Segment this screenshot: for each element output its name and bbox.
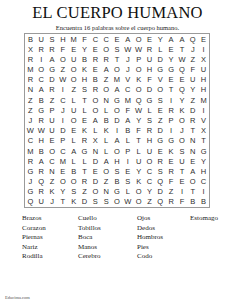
grid-cell-r6c6: S	[79, 85, 90, 95]
grid-cell-r3c14: Y	[166, 54, 177, 64]
grid-cell-r1c14: A	[166, 34, 177, 44]
grid-cell-r17c2: U	[36, 197, 47, 207]
grid-cell-r17c16: B	[187, 197, 198, 207]
grid-cell-r7c5: L	[68, 95, 79, 105]
grid-cell-r6c12: D	[144, 85, 155, 95]
grid-cell-r9c15: O	[177, 115, 188, 125]
grid-cell-r2c10: W	[122, 44, 133, 54]
grid-cell-r12c17: G	[198, 146, 209, 156]
grid-cell-r16c5: S	[68, 187, 79, 197]
grid-cell-r12c1: M	[25, 146, 36, 156]
grid-cell-r3c8: R	[101, 54, 112, 64]
grid-cell-r16c10: L	[122, 187, 133, 197]
grid-cell-r7c2: B	[36, 95, 47, 105]
grid-cell-r1c12: E	[144, 34, 155, 44]
grid-cell-r7c1: Z	[25, 95, 36, 105]
grid-cell-r12c15: S	[177, 146, 188, 156]
grid-cell-r3c6: B	[79, 54, 90, 64]
grid-cell-r10c3: U	[47, 126, 58, 136]
grid-cell-r15c3: Z	[47, 176, 58, 186]
grid-cell-r4c17: U	[198, 65, 209, 75]
grid-cell-r15c8: Z	[101, 176, 112, 186]
grid-cell-r14c5: B	[68, 166, 79, 176]
grid-cell-r8c11: W	[133, 105, 144, 115]
grid-cell-r7c17: M	[198, 95, 209, 105]
grid-cell-r6c17: H	[198, 85, 209, 95]
grid-cell-r2c6: Y	[79, 44, 90, 54]
grid-cell-r16c14: Z	[166, 187, 177, 197]
grid-cell-r8c8: L	[101, 105, 112, 115]
grid-cell-r17c13: Q	[155, 197, 166, 207]
word-search-grid: BUSHMFCCEAOEYAAQEXRRFEYEOSWWRLETJIRIAOUB…	[24, 33, 210, 208]
grid-cell-r10c16: T	[187, 126, 198, 136]
grid-cell-r16c9: G	[112, 187, 123, 197]
grid-cell-r4c11: O	[133, 65, 144, 75]
grid-cell-r4c1: M	[25, 65, 36, 75]
grid-cell-r10c6: K	[79, 126, 90, 136]
grid-cell-r3c13: D	[155, 54, 166, 64]
grid-cell-r6c14: T	[166, 85, 177, 95]
grid-cell-r14c8: O	[101, 166, 112, 176]
word-list-item: Pies	[137, 243, 163, 253]
grid-cell-r14c2: R	[36, 166, 47, 176]
grid-cell-r11c9: A	[112, 136, 123, 146]
word-list-item: Estomago	[190, 214, 218, 224]
grid-cell-r13c3: C	[47, 156, 58, 166]
grid-cell-r12c13: E	[155, 146, 166, 156]
grid-cell-r10c7: L	[90, 126, 101, 136]
grid-cell-r4c5: O	[68, 65, 79, 75]
grid-cell-r12c14: K	[166, 146, 177, 156]
grid-cell-r11c1: C	[25, 136, 36, 146]
grid-cell-r13c7: D	[90, 156, 101, 166]
grid-cell-r10c11: F	[133, 126, 144, 136]
word-list-item: Hombros	[137, 233, 163, 243]
grid-cell-r3c7: R	[90, 54, 101, 64]
grid-cell-r10c5: E	[68, 126, 79, 136]
grid-cell-r2c1: X	[25, 44, 36, 54]
grid-cell-r8c17: I	[198, 105, 209, 115]
grid-cell-r6c10: C	[122, 85, 133, 95]
grid-cell-r9c7: A	[90, 115, 101, 125]
grid-cell-r16c16: T	[187, 187, 198, 197]
grid-cell-r13c12: O	[144, 156, 155, 166]
grid-cell-r10c2: W	[36, 126, 47, 136]
grid-cell-r17c8: S	[101, 197, 112, 207]
grid-cell-r7c15: Y	[177, 95, 188, 105]
grid-cell-r10c8: K	[101, 126, 112, 136]
word-list-item: Cerebro	[78, 252, 101, 262]
grid-cell-r6c13: O	[155, 85, 166, 95]
grid-cell-r5c12: F	[144, 75, 155, 85]
grid-cell-r1c4: H	[57, 34, 68, 44]
grid-cell-r7c6: T	[79, 95, 90, 105]
grid-cell-r11c11: T	[133, 136, 144, 146]
grid-cell-r6c7: R	[90, 85, 101, 95]
grid-cell-r15c9: B	[112, 176, 123, 186]
grid-cell-r16c7: O	[90, 187, 101, 197]
grid-cell-r5c1: R	[25, 75, 36, 85]
grid-cell-r13c15: U	[177, 156, 188, 166]
grid-cell-r12c7: N	[90, 146, 101, 156]
grid-cell-r5c16: U	[187, 75, 198, 85]
grid-cell-r9c4: I	[57, 115, 68, 125]
grid-cell-r5c2: C	[36, 75, 47, 85]
grid-cell-r4c16: F	[187, 65, 198, 75]
grid-cell-r3c15: W	[177, 54, 188, 64]
grid-cell-r1c1: B	[25, 34, 36, 44]
grid-cell-r11c13: G	[155, 136, 166, 146]
grid-cell-r1c7: C	[90, 34, 101, 44]
grid-cell-r17c3: J	[47, 197, 58, 207]
grid-cell-r8c6: L	[79, 105, 90, 115]
grid-cell-r6c11: O	[133, 85, 144, 95]
grid-cell-r16c4: Y	[57, 187, 68, 197]
grid-cell-r17c6: D	[79, 197, 90, 207]
grid-cell-r11c3: E	[47, 136, 58, 146]
grid-cell-r1c11: O	[133, 34, 144, 44]
grid-cell-r16c8: N	[101, 187, 112, 197]
grid-cell-r1c6: F	[79, 34, 90, 44]
grid-cell-r5c6: H	[79, 75, 90, 85]
grid-cell-r11c17: T	[198, 136, 209, 146]
word-list-column-4: Estomago	[190, 214, 218, 224]
grid-cell-r8c12: L	[144, 105, 155, 115]
grid-cell-r5c17: H	[198, 75, 209, 85]
grid-cell-r1c15: A	[177, 34, 188, 44]
grid-cell-r2c8: O	[101, 44, 112, 54]
grid-cell-r3c11: P	[133, 54, 144, 64]
grid-cell-r16c6: Z	[79, 187, 90, 197]
grid-cell-r11c10: L	[122, 136, 133, 146]
grid-cell-r11c5: L	[68, 136, 79, 146]
word-list-column-3: OjosDedosHombrosPiesCodo	[137, 214, 163, 262]
grid-cell-r3c1: R	[25, 54, 36, 64]
grid-cell-r3c5: U	[68, 54, 79, 64]
grid-cell-r16c12: Y	[144, 187, 155, 197]
grid-cell-r5c5: O	[68, 75, 79, 85]
grid-cell-r2c16: J	[187, 44, 198, 54]
grid-cell-r5c13: V	[155, 75, 166, 85]
grid-cell-r4c3: G	[47, 65, 58, 75]
grid-cell-r4c12: H	[144, 65, 155, 75]
grid-cell-r14c12: C	[144, 166, 155, 176]
grid-cell-r14c6: T	[79, 166, 90, 176]
grid-cell-r17c10: W	[122, 197, 133, 207]
grid-cell-r9c11: Y	[133, 115, 144, 125]
grid-cell-r16c13: D	[155, 187, 166, 197]
word-list-item: Corazon	[22, 224, 46, 234]
grid-cell-r1c8: C	[101, 34, 112, 44]
grid-cell-r2c7: E	[90, 44, 101, 54]
grid-cell-r16c17: I	[198, 187, 209, 197]
grid-cell-r14c14: R	[166, 166, 177, 176]
grid-cell-r6c16: Y	[187, 85, 198, 95]
grid-cell-r7c8: N	[101, 95, 112, 105]
grid-cell-r8c13: E	[155, 105, 166, 115]
grid-cell-r8c16: D	[187, 105, 198, 115]
grid-cell-r2c15: T	[177, 44, 188, 54]
grid-cell-r7c4: C	[57, 95, 68, 105]
grid-cell-r7c11: Q	[133, 95, 144, 105]
grid-cell-r6c8: O	[101, 85, 112, 95]
grid-cell-r17c1: Q	[25, 197, 36, 207]
grid-cell-r11c16: N	[187, 136, 198, 146]
grid-cell-r2c2: R	[36, 44, 47, 54]
grid-cell-r8c4: J	[57, 105, 68, 115]
grid-cell-r16c3: K	[47, 187, 58, 197]
grid-cell-r14c1: G	[25, 166, 36, 176]
grid-cell-r2c12: R	[144, 44, 155, 54]
grid-cell-r5c9: M	[112, 75, 123, 85]
grid-cell-r2c11: W	[133, 44, 144, 54]
word-list-item: Cuello	[78, 214, 101, 224]
grid-cell-r17c12: Z	[144, 197, 155, 207]
grid-cell-r1c2: U	[36, 34, 47, 44]
grid-cell-r9c2: R	[36, 115, 47, 125]
grid-cell-r8c15: K	[177, 105, 188, 115]
grid-cell-r4c2: O	[36, 65, 47, 75]
grid-cell-r6c4: I	[57, 85, 68, 95]
grid-cell-r15c5: O	[68, 176, 79, 186]
grid-cell-r12c5: A	[68, 146, 79, 156]
word-list: BrazosCorazonPiernasNarizRodilla CuelloT…	[0, 214, 235, 266]
grid-cell-r5c8: Z	[101, 75, 112, 85]
word-list-column-2: CuelloTobillosBocaManosCerebro	[78, 214, 101, 262]
grid-cell-r16c1: G	[25, 187, 36, 197]
grid-cell-r12c2: B	[36, 146, 47, 156]
grid-cell-r1c13: Y	[155, 34, 166, 44]
grid-cell-r7c12: G	[144, 95, 155, 105]
grid-cell-r14c7: E	[90, 166, 101, 176]
grid-cell-r9c16: R	[187, 115, 198, 125]
worksheet-page: EL CUERPO HUMANO Encuentra 16 palabras s…	[0, 0, 235, 308]
grid-cell-r4c9: O	[112, 65, 123, 75]
grid-cell-r1c16: Q	[187, 34, 198, 44]
grid-cell-r5c4: W	[57, 75, 68, 85]
grid-cell-r11c15: O	[177, 136, 188, 146]
grid-cell-r2c3: R	[47, 44, 58, 54]
grid-cell-r7c3: Z	[47, 95, 58, 105]
grid-cell-r1c10: A	[122, 34, 133, 44]
grid-cell-r4c6: K	[79, 65, 90, 75]
grid-cell-r13c9: H	[112, 156, 123, 166]
word-list-item: Codo	[137, 252, 163, 262]
grid-cell-r4c8: A	[101, 65, 112, 75]
grid-cell-r2c4: F	[57, 44, 68, 54]
word-list-item: Dedos	[137, 224, 163, 234]
word-list-column-1: BrazosCorazonPiernasNarizRodilla	[22, 214, 46, 262]
grid-cell-r6c9: A	[112, 85, 123, 95]
grid-cell-r10c12: R	[144, 126, 155, 136]
grid-cell-r15c1: J	[25, 176, 36, 186]
grid-cell-r12c16: N	[187, 146, 198, 156]
grid-cell-r3c12: U	[144, 54, 155, 64]
grid-cell-r12c10: P	[122, 146, 133, 156]
grid-cell-r6c5: Z	[68, 85, 79, 95]
grid-cell-r15c2: Q	[36, 176, 47, 186]
grid-cell-r8c14: R	[166, 105, 177, 115]
grid-cell-r10c9: I	[112, 126, 123, 136]
grid-cell-r6c2: A	[36, 85, 47, 95]
word-list-item: Rodilla	[22, 252, 46, 262]
puzzle-subtitle: Encuentra 16 palabras sobre el cuerpo hu…	[0, 24, 235, 31]
grid-cell-r13c5: L	[68, 156, 79, 166]
grid-cell-r12c12: U	[144, 146, 155, 156]
word-list-item: Manos	[78, 243, 101, 253]
grid-cell-r15c17: C	[198, 176, 209, 186]
grid-cell-r13c2: A	[36, 156, 47, 166]
grid-cell-r3c4: O	[57, 54, 68, 64]
grid-cell-r11c7: X	[90, 136, 101, 146]
grid-cell-r5c3: D	[47, 75, 58, 85]
grid-cell-r9c10: A	[122, 115, 133, 125]
grid-cell-r2c14: E	[166, 44, 177, 54]
grid-cell-r9c12: S	[144, 115, 155, 125]
grid-cell-r14c4: E	[57, 166, 68, 176]
grid-cell-r11c4: P	[57, 136, 68, 146]
grid-cell-r15c6: R	[79, 176, 90, 186]
word-list-item: Brazos	[22, 214, 46, 224]
grid-cell-r3c9: T	[112, 54, 123, 64]
grid-cell-r7c16: Z	[187, 95, 198, 105]
grid-cell-r9c8: B	[101, 115, 112, 125]
grid-cell-r14c11: Y	[133, 166, 144, 176]
grid-cell-r9c5: O	[68, 115, 79, 125]
grid-cell-r3c16: Z	[187, 54, 198, 64]
grid-cell-r9c14: P	[166, 115, 177, 125]
grid-cell-r17c7: S	[90, 197, 101, 207]
word-list-item: Boca	[78, 233, 101, 243]
grid-cell-r13c4: M	[57, 156, 68, 166]
grid-cell-r15c16: O	[187, 176, 198, 186]
grid-cell-r16c11: O	[133, 187, 144, 197]
grid-cell-r13c1: R	[25, 156, 36, 166]
grid-cell-r1c5: M	[68, 34, 79, 44]
grid-cell-r14c10: E	[122, 166, 133, 176]
grid-cell-r11c12: H	[144, 136, 155, 146]
grid-cell-r12c4: C	[57, 146, 68, 156]
grid-cell-r17c5: K	[68, 197, 79, 207]
grid-cell-r4c14: G	[166, 65, 177, 75]
grid-cell-r4c7: E	[90, 65, 101, 75]
grid-cell-r5c7: B	[90, 75, 101, 85]
grid-cell-r13c14: E	[166, 156, 177, 166]
grid-cell-r12c8: L	[101, 146, 112, 156]
grid-cell-r11c14: G	[166, 136, 177, 146]
grid-cell-r15c15: E	[177, 176, 188, 186]
grid-cell-r15c13: Q	[155, 176, 166, 186]
grid-cell-r2c13: L	[155, 44, 166, 54]
grid-cell-r11c2: H	[36, 136, 47, 146]
grid-cell-r15c7: D	[90, 176, 101, 186]
grid-cell-r7c7: O	[90, 95, 101, 105]
grid-cell-r8c10: F	[122, 105, 133, 115]
grid-cell-r17c15: F	[177, 197, 188, 207]
grid-cell-r11c6: R	[79, 136, 90, 146]
grid-cell-r3c17: X	[198, 54, 209, 64]
grid-cell-r16c2: R	[36, 187, 47, 197]
grid-cell-r13c16: E	[187, 156, 198, 166]
puzzle-title: EL CUERPO HUMANO	[0, 0, 235, 23]
grid-cell-r12c3: O	[47, 146, 58, 156]
grid-cell-r2c17: I	[198, 44, 209, 54]
grid-cell-r7c14: I	[166, 95, 177, 105]
grid-cell-r1c3: S	[47, 34, 58, 44]
grid-cell-r6c15: Q	[177, 85, 188, 95]
grid-cell-r2c9: S	[112, 44, 123, 54]
grid-cell-r2c5: E	[68, 44, 79, 54]
grid-cell-r9c13: Z	[155, 115, 166, 125]
grid-cell-r15c4: O	[57, 176, 68, 186]
grid-cell-r17c14: R	[166, 197, 177, 207]
grid-cell-r13c6: L	[79, 156, 90, 166]
word-list-item: Ojos	[137, 214, 163, 224]
grid-cell-r16c15: I	[177, 187, 188, 197]
grid-cell-r13c8: A	[101, 156, 112, 166]
grid-cell-r4c15: Q	[177, 65, 188, 75]
grid-cell-r8c1: Z	[25, 105, 36, 115]
grid-cell-r17c17: B	[198, 197, 209, 207]
grid-cell-r6c3: R	[47, 85, 58, 95]
grid-cell-r14c13: S	[155, 166, 166, 176]
grid-cell-r9c17: V	[198, 115, 209, 125]
grid-cell-r14c15: T	[177, 166, 188, 176]
grid-cell-r7c13: S	[155, 95, 166, 105]
grid-cell-r3c2: I	[36, 54, 47, 64]
grid-cell-r12c11: L	[133, 146, 144, 156]
grid-cell-r5c11: K	[133, 75, 144, 85]
grid-cell-r8c2: G	[36, 105, 47, 115]
grid-cell-r6c1: N	[25, 85, 36, 95]
word-list-item: Nariz	[22, 243, 46, 253]
grid-cell-r13c17: Y	[198, 156, 209, 166]
grid-cell-r14c3: N	[47, 166, 58, 176]
grid-cell-r10c13: D	[155, 126, 166, 136]
grid-cell-r10c15: J	[177, 126, 188, 136]
grid-cell-r5c10: V	[122, 75, 133, 85]
grid-cell-r9c1: J	[25, 115, 36, 125]
grid-cell-r13c13: R	[155, 156, 166, 166]
grid-cell-r8c3: P	[47, 105, 58, 115]
grid-cell-r15c14: F	[166, 176, 177, 186]
grid-cell-r13c10: I	[122, 156, 133, 166]
grid-cell-r17c9: O	[112, 197, 123, 207]
grid-cell-r9c6: E	[79, 115, 90, 125]
grid-cell-r12c6: G	[79, 146, 90, 156]
grid-cell-r10c4: D	[57, 126, 68, 136]
grid-cell-r9c3: U	[47, 115, 58, 125]
grid-cell-r7c10: M	[122, 95, 133, 105]
grid-cell-r10c14: I	[166, 126, 177, 136]
grid-cell-r10c17: X	[198, 126, 209, 136]
grid-cell-r4c13: G	[155, 65, 166, 75]
grid-cell-r15c12: C	[144, 176, 155, 186]
grid-cell-r4c10: J	[122, 65, 133, 75]
grid-cell-r17c11: O	[133, 197, 144, 207]
grid-cell-r10c1: W	[25, 126, 36, 136]
grid-cell-r10c10: B	[122, 126, 133, 136]
grid-cell-r3c10: J	[122, 54, 133, 64]
grid-cell-r1c9: E	[112, 34, 123, 44]
grid-cell-r15c10: S	[122, 176, 133, 186]
word-list-item: Piernas	[22, 233, 46, 243]
watermark: Educima.com	[5, 295, 30, 300]
grid-cell-r8c5: U	[68, 105, 79, 115]
grid-cell-r14c17: H	[198, 166, 209, 176]
grid-cell-r17c4: T	[57, 197, 68, 207]
grid-cell-r8c7: O	[90, 105, 101, 115]
